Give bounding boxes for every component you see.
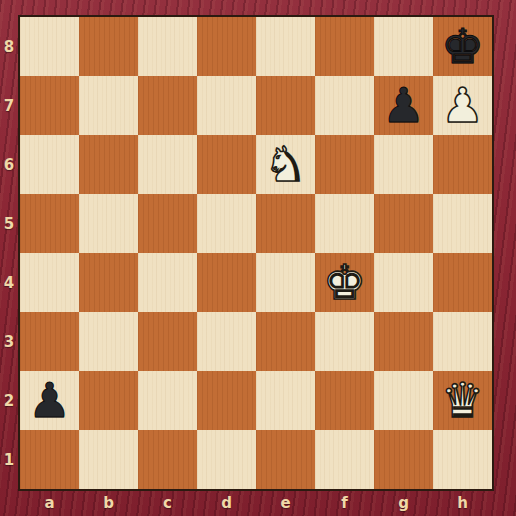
square-b2[interactable] [79, 371, 138, 430]
square-h5[interactable] [433, 194, 492, 253]
rank-label-3: 3 [0, 312, 18, 371]
square-e1[interactable] [256, 430, 315, 489]
square-h2[interactable]: ♛ [433, 371, 492, 430]
square-f7[interactable] [315, 76, 374, 135]
piece-white-knight-e6[interactable]: ♞ [256, 135, 315, 194]
square-f5[interactable] [315, 194, 374, 253]
piece-white-king-f4[interactable]: ♚ [315, 253, 374, 312]
square-a6[interactable] [20, 135, 79, 194]
rank-labels: 87654321 [0, 17, 18, 489]
square-b1[interactable] [79, 430, 138, 489]
square-e3[interactable] [256, 312, 315, 371]
square-c7[interactable] [138, 76, 197, 135]
file-label-f: f [315, 491, 374, 514]
file-label-a: a [20, 491, 79, 514]
piece-black-pawn-g7[interactable]: ♟ [374, 76, 433, 135]
rank-label-2: 2 [0, 371, 18, 430]
square-g5[interactable] [374, 194, 433, 253]
square-g7[interactable]: ♟ [374, 76, 433, 135]
square-e7[interactable] [256, 76, 315, 135]
square-a3[interactable] [20, 312, 79, 371]
square-g4[interactable] [374, 253, 433, 312]
square-h7[interactable]: ♟ [433, 76, 492, 135]
square-h3[interactable] [433, 312, 492, 371]
square-d4[interactable] [197, 253, 256, 312]
square-a2[interactable]: ♟ [20, 371, 79, 430]
square-f6[interactable] [315, 135, 374, 194]
piece-black-king-h8[interactable]: ♚ [433, 17, 492, 76]
rank-label-7: 7 [0, 76, 18, 135]
file-label-e: e [256, 491, 315, 514]
square-d7[interactable] [197, 76, 256, 135]
square-e4[interactable] [256, 253, 315, 312]
square-c4[interactable] [138, 253, 197, 312]
square-h1[interactable] [433, 430, 492, 489]
square-g1[interactable] [374, 430, 433, 489]
square-e6[interactable]: ♞ [256, 135, 315, 194]
square-h8[interactable]: ♚ [433, 17, 492, 76]
square-d2[interactable] [197, 371, 256, 430]
square-e5[interactable] [256, 194, 315, 253]
file-label-c: c [138, 491, 197, 514]
square-a8[interactable] [20, 17, 79, 76]
square-d8[interactable] [197, 17, 256, 76]
square-h4[interactable] [433, 253, 492, 312]
file-label-b: b [79, 491, 138, 514]
chess-board: ♚♟♟♞♚♟♛ [18, 15, 494, 491]
rank-label-8: 8 [0, 17, 18, 76]
square-b5[interactable] [79, 194, 138, 253]
rank-label-4: 4 [0, 253, 18, 312]
square-d3[interactable] [197, 312, 256, 371]
square-h6[interactable] [433, 135, 492, 194]
square-f2[interactable] [315, 371, 374, 430]
rank-label-6: 6 [0, 135, 18, 194]
square-d6[interactable] [197, 135, 256, 194]
piece-white-pawn-h7[interactable]: ♟ [433, 76, 492, 135]
square-f4[interactable]: ♚ [315, 253, 374, 312]
square-c5[interactable] [138, 194, 197, 253]
piece-black-pawn-a2[interactable]: ♟ [20, 371, 79, 430]
square-f1[interactable] [315, 430, 374, 489]
chessboard-frame: 87654321 ♚♟♟♞♚♟♛ abcdefgh [0, 0, 516, 516]
square-b8[interactable] [79, 17, 138, 76]
square-b3[interactable] [79, 312, 138, 371]
square-c3[interactable] [138, 312, 197, 371]
square-a7[interactable] [20, 76, 79, 135]
square-f3[interactable] [315, 312, 374, 371]
file-label-g: g [374, 491, 433, 514]
square-g8[interactable] [374, 17, 433, 76]
rank-label-5: 5 [0, 194, 18, 253]
file-label-h: h [433, 491, 492, 514]
square-a1[interactable] [20, 430, 79, 489]
square-g3[interactable] [374, 312, 433, 371]
square-c2[interactable] [138, 371, 197, 430]
square-b7[interactable] [79, 76, 138, 135]
square-b4[interactable] [79, 253, 138, 312]
square-b6[interactable] [79, 135, 138, 194]
square-d5[interactable] [197, 194, 256, 253]
piece-white-queen-h2[interactable]: ♛ [433, 371, 492, 430]
square-a5[interactable] [20, 194, 79, 253]
square-g2[interactable] [374, 371, 433, 430]
file-labels: abcdefgh [20, 491, 492, 514]
square-c1[interactable] [138, 430, 197, 489]
file-label-d: d [197, 491, 256, 514]
square-c8[interactable] [138, 17, 197, 76]
square-f8[interactable] [315, 17, 374, 76]
square-d1[interactable] [197, 430, 256, 489]
rank-label-1: 1 [0, 430, 18, 489]
square-g6[interactable] [374, 135, 433, 194]
square-e8[interactable] [256, 17, 315, 76]
square-c6[interactable] [138, 135, 197, 194]
square-a4[interactable] [20, 253, 79, 312]
square-e2[interactable] [256, 371, 315, 430]
